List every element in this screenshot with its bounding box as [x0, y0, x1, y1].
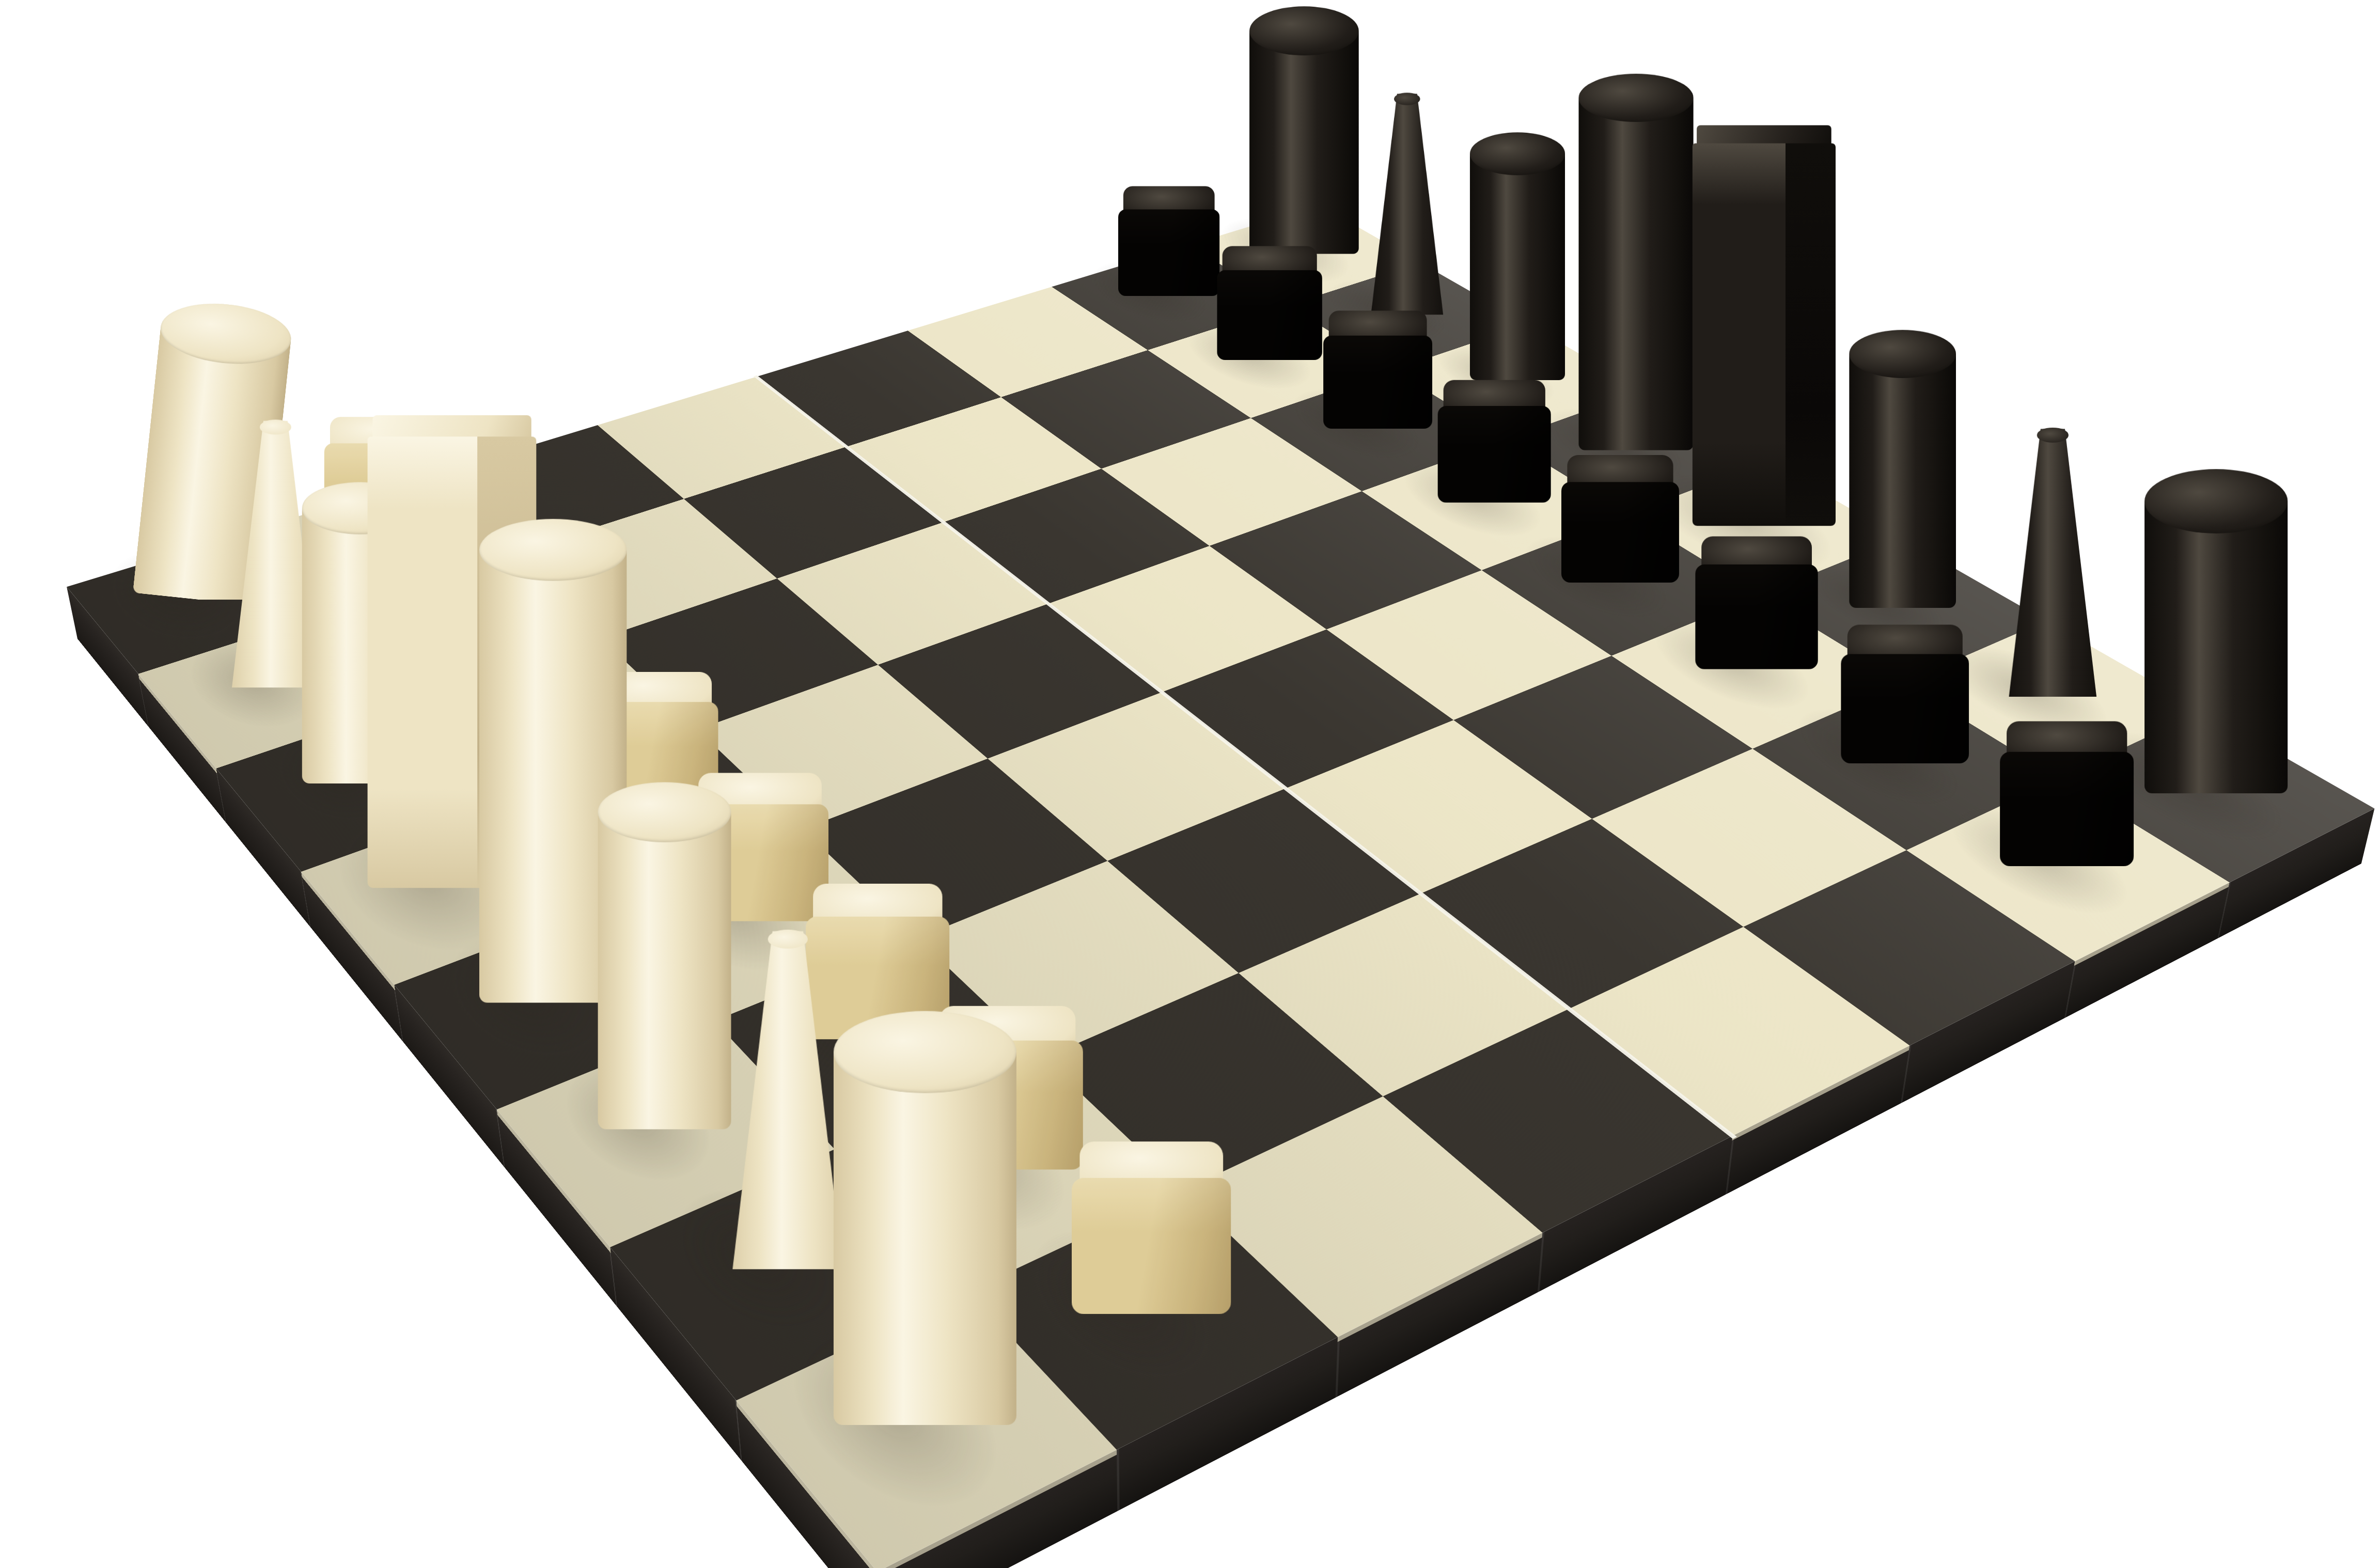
pawn-cube-body [1072, 1178, 1231, 1314]
knight-cone-cap [1394, 92, 1420, 105]
rook-cyl-body [2144, 501, 2288, 793]
rook-cyl-top [2144, 469, 2288, 534]
square-g5[interactable] [1421, 819, 1743, 1009]
knight-cone-cap [768, 930, 807, 948]
knight-cone-cap [2037, 428, 2068, 443]
square-g4[interactable] [1239, 893, 1569, 1096]
king-cyl-top [479, 519, 627, 581]
bishop-cyl-top [1849, 330, 1956, 378]
pawn-cube-body [2000, 751, 2134, 866]
square-f4[interactable] [1107, 788, 1421, 973]
black-rook-h8[interactable] [2144, 469, 2288, 793]
black-knight-g8[interactable] [1992, 428, 2113, 697]
bishop-cyl-top [1470, 132, 1565, 175]
rook-cyl-body [834, 1052, 1016, 1425]
square-e4[interactable] [988, 692, 1286, 861]
white-pawn-h2[interactable] [1072, 1141, 1231, 1314]
square-f5[interactable] [1286, 720, 1592, 893]
chess-board [67, 205, 2374, 1568]
bishop-cyl-top [598, 782, 731, 842]
queen-cyl-top [1578, 74, 1693, 122]
pawn-cube-body [1841, 654, 1969, 763]
rook-cyl-top [834, 1011, 1016, 1093]
white-rook-h1[interactable] [834, 1011, 1016, 1425]
knight-cone-cap [260, 419, 291, 434]
king-col-side [1786, 143, 1836, 526]
studio-backdrop [0, 0, 2380, 1568]
square-g6[interactable] [1592, 749, 1906, 927]
black-pawn-g7[interactable] [1841, 625, 1969, 764]
rook-cyl-top [1249, 6, 1359, 55]
knight-cone-body [1992, 428, 2113, 697]
queen-col-front [368, 436, 479, 888]
black-pawn-h7[interactable] [2000, 721, 2134, 866]
